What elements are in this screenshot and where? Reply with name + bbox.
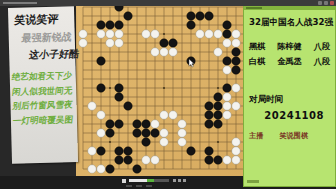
black-player-rank: 八段	[314, 39, 330, 54]
black-player-name: 陈梓健	[277, 39, 302, 54]
game-time-label: 对局时间	[249, 94, 330, 106]
panel-top-strip	[244, 6, 335, 10]
players-block: 黑棋 陈梓健 八段 白棋 金禹丞 八段	[249, 39, 330, 69]
commentary-line-1: 笑说笑评	[13, 10, 75, 30]
window-maximize-icon[interactable]	[324, 1, 328, 5]
host-name: 笑说围棋	[279, 131, 308, 141]
play-button[interactable]	[122, 179, 126, 183]
progress-buffered	[147, 179, 154, 182]
black-player-row: 黑棋 陈梓健 八段	[249, 39, 330, 54]
poem-line-3: 别后竹窗风雪夜	[12, 97, 78, 113]
panel-top-text	[246, 7, 262, 9]
commentary-line-3: 这小子好酷	[28, 45, 76, 63]
go-board[interactable]	[76, 6, 243, 177]
secondary-controls[interactable]	[126, 185, 156, 187]
control-ticks	[173, 179, 188, 182]
white-player-role: 白棋	[249, 54, 265, 69]
window-minimize-icon[interactable]	[318, 1, 322, 5]
poem-line-1: 绝艺如君天下少	[11, 68, 77, 84]
white-player-row: 白棋 金禹丞 八段	[249, 54, 330, 69]
white-player-name: 金禹丞	[277, 54, 302, 69]
window-close-icon[interactable]	[330, 1, 334, 5]
white-player-rank: 八段	[314, 54, 330, 69]
player-controls[interactable]	[122, 178, 188, 183]
window-titlebar	[0, 0, 336, 6]
panel-bottom-text	[247, 180, 259, 183]
game-date: 20241108	[249, 110, 330, 121]
poem-line-4: 一灯明暗覆吴图	[12, 112, 78, 128]
panel-body: 32届中国名人战32强 黑棋 陈梓健 八段 白棋 金禹丞 八段 对局时间 202…	[244, 17, 335, 141]
game-info-panel: 32届中国名人战32强 黑棋 陈梓健 八段 白棋 金禹丞 八段 对局时间 202…	[243, 5, 336, 187]
host-row: 主播 笑说围棋	[249, 131, 330, 141]
poem-block: 绝艺如君天下少 闲人似我世间无 别后竹窗风雪夜 一灯明暗覆吴图	[10, 68, 77, 128]
progress-played	[129, 179, 147, 182]
progress-bar[interactable]	[129, 179, 169, 182]
stream-window: 笑说笑评 最强新锐战 这小子好酷 绝艺如君天下少 闲人似我世间无 别后竹窗风雪夜…	[0, 0, 336, 189]
window-title-text	[3, 2, 37, 4]
black-player-role: 黑棋	[249, 39, 265, 54]
commentary-line-2: 最强新锐战	[21, 28, 76, 46]
event-title: 32届中国名人战32强	[249, 17, 330, 29]
host-label: 主播	[249, 131, 263, 141]
commentary-card: 笑说笑评 最强新锐战 这小子好酷 绝艺如君天下少 闲人似我世间无 别后竹窗风雪夜…	[8, 6, 78, 164]
